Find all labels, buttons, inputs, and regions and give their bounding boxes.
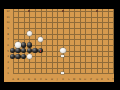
grid-line-horizontal [13,28,115,29]
black-stone[interactable] [15,48,20,53]
row-coordinate-label: 12 [5,10,9,13]
column-coordinate-label: R [100,77,104,80]
grid-line-vertical [91,9,92,74]
row-coordinate-label: 10 [5,21,9,24]
column-coordinate-label: B [16,77,20,80]
row-coordinate-label: 3 [5,61,9,64]
grid-line-horizontal [13,17,115,18]
row-coordinate-label: 8 [5,32,9,35]
grid-line-vertical [63,9,64,74]
row-coordinate-label: 4 [5,55,9,58]
screenshot-stage: 121110987654321ABCDEFGHJKLMNOPQRST [0,0,120,90]
grid-line-vertical [46,9,47,74]
column-coordinate-label: Q [94,77,98,80]
grid-line-horizontal [13,22,115,23]
column-coordinate-label: J [55,77,59,80]
grid-line-vertical [80,9,81,74]
grid-line-vertical [97,9,98,74]
star-point [62,10,64,12]
grid-line-vertical [69,9,70,74]
column-coordinate-label: S [106,77,110,80]
white-stone[interactable] [15,42,20,47]
white-square-marker [61,55,64,58]
grid-line-vertical [108,9,109,74]
grid-line-vertical [102,9,103,74]
column-coordinate-label: L [66,77,70,80]
grid-line-horizontal [13,68,115,69]
row-coordinate-label: 1 [5,72,9,75]
grid-line-vertical [85,9,86,74]
column-coordinate-label: O [83,77,87,80]
white-stone[interactable] [60,48,65,53]
row-coordinate-label: 7 [5,38,9,41]
white-square-marker [61,72,64,75]
white-stone[interactable] [27,54,32,59]
black-stone[interactable] [27,42,32,47]
column-coordinate-label: D [27,77,31,80]
grid-line-horizontal [13,62,115,63]
column-coordinate-label: C [22,77,26,80]
letterbox-left [0,0,4,90]
row-coordinate-label: 2 [5,66,9,69]
column-coordinate-label: F [38,77,42,80]
grid-line-vertical [13,9,14,74]
grid-line-vertical [35,9,36,74]
column-coordinate-label: M [72,77,76,80]
black-stone[interactable] [15,54,20,59]
star-point [96,10,98,12]
row-coordinate-label: 5 [5,49,9,52]
letterbox-right [114,0,120,90]
row-coordinate-label: 11 [5,15,9,18]
column-coordinate-label: A [10,77,14,80]
row-coordinate-label: 9 [5,27,9,30]
column-coordinate-label: K [61,77,65,80]
column-coordinate-label: H [50,77,54,80]
grid-line-vertical [74,9,75,74]
column-coordinate-label: N [78,77,82,80]
grid-line-vertical [52,9,53,74]
black-stone[interactable] [21,42,26,47]
column-coordinate-label: P [89,77,93,80]
row-coordinate-label: 6 [5,44,9,47]
black-stone[interactable] [32,48,37,53]
letterbox-bottom [0,82,120,90]
grid-line-horizontal [13,39,115,40]
last-move-marker [40,50,42,52]
column-coordinate-label: G [44,77,48,80]
letterbox-top [0,0,120,9]
column-coordinate-label: E [33,77,37,80]
grid-line-vertical [57,9,58,74]
